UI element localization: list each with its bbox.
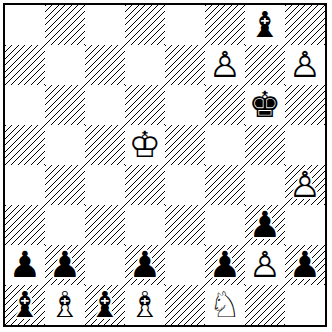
- black-pawn-glyph: ♟: [285, 245, 325, 285]
- white-king-glyph: ♔: [125, 125, 165, 165]
- square-e6[interactable]: [165, 85, 205, 125]
- black-king-piece: ♚♚: [245, 85, 285, 125]
- square-e5[interactable]: [165, 125, 205, 165]
- square-f8[interactable]: [205, 5, 245, 45]
- white-pawn-piece: ♟♙: [205, 45, 245, 85]
- black-pawn-piece: ♟♟: [125, 245, 165, 285]
- square-c4[interactable]: [85, 165, 125, 205]
- square-f1[interactable]: ♞♘: [205, 285, 245, 325]
- white-bishop-glyph: ♗: [45, 285, 85, 325]
- white-king-piece: ♚♔: [125, 125, 165, 165]
- square-d8[interactable]: [125, 5, 165, 45]
- black-bishop-glyph: ♝: [245, 5, 285, 45]
- square-h7[interactable]: ♟♙: [285, 45, 325, 85]
- square-f3[interactable]: [205, 205, 245, 245]
- square-h3[interactable]: [285, 205, 325, 245]
- square-c2[interactable]: [85, 245, 125, 285]
- square-c5[interactable]: [85, 125, 125, 165]
- white-bishop-glyph: ♗: [125, 285, 165, 325]
- square-h6[interactable]: [285, 85, 325, 125]
- square-d2[interactable]: ♟♟: [125, 245, 165, 285]
- square-b1[interactable]: ♝♗: [45, 285, 85, 325]
- white-knight-piece: ♞♘: [205, 285, 245, 325]
- square-f7[interactable]: ♟♙: [205, 45, 245, 85]
- chess-board: ♝♝♟♙♟♙♚♚♚♔♟♙♟♟♟♟♟♟♟♟♟♟♟♙♟♟♝♝♝♗♝♝♝♗♞♘: [3, 3, 327, 327]
- white-pawn-piece: ♟♙: [285, 165, 325, 205]
- square-b7[interactable]: [45, 45, 85, 85]
- square-a4[interactable]: [5, 165, 45, 205]
- black-pawn-piece: ♟♟: [245, 205, 285, 245]
- square-g6[interactable]: ♚♚: [245, 85, 285, 125]
- white-pawn-glyph: ♙: [205, 45, 245, 85]
- square-e2[interactable]: [165, 245, 205, 285]
- black-pawn-piece: ♟♟: [205, 245, 245, 285]
- white-pawn-piece: ♟♙: [285, 45, 325, 85]
- square-c3[interactable]: [85, 205, 125, 245]
- black-pawn-glyph: ♟: [245, 205, 285, 245]
- black-bishop-piece: ♝♝: [245, 5, 285, 45]
- white-bishop-piece: ♝♗: [45, 285, 85, 325]
- square-b5[interactable]: [45, 125, 85, 165]
- square-g3[interactable]: ♟♟: [245, 205, 285, 245]
- square-c1[interactable]: ♝♝: [85, 285, 125, 325]
- square-b2[interactable]: ♟♟: [45, 245, 85, 285]
- black-bishop-piece: ♝♝: [5, 285, 45, 325]
- white-pawn-glyph: ♙: [245, 245, 285, 285]
- square-h2[interactable]: ♟♟: [285, 245, 325, 285]
- white-bishop-piece: ♝♗: [125, 285, 165, 325]
- square-g7[interactable]: [245, 45, 285, 85]
- square-e8[interactable]: [165, 5, 205, 45]
- square-g1[interactable]: [245, 285, 285, 325]
- square-h8[interactable]: [285, 5, 325, 45]
- square-a7[interactable]: [5, 45, 45, 85]
- square-d4[interactable]: [125, 165, 165, 205]
- square-d5[interactable]: ♚♔: [125, 125, 165, 165]
- black-bishop-piece: ♝♝: [85, 285, 125, 325]
- square-f6[interactable]: [205, 85, 245, 125]
- square-d7[interactable]: [125, 45, 165, 85]
- black-bishop-glyph: ♝: [85, 285, 125, 325]
- black-pawn-glyph: ♟: [125, 245, 165, 285]
- square-h1[interactable]: [285, 285, 325, 325]
- square-d1[interactable]: ♝♗: [125, 285, 165, 325]
- square-b8[interactable]: [45, 5, 85, 45]
- square-c6[interactable]: [85, 85, 125, 125]
- square-c8[interactable]: [85, 5, 125, 45]
- square-h5[interactable]: [285, 125, 325, 165]
- square-e4[interactable]: [165, 165, 205, 205]
- square-e1[interactable]: [165, 285, 205, 325]
- white-pawn-piece: ♟♙: [245, 245, 285, 285]
- square-d3[interactable]: [125, 205, 165, 245]
- black-pawn-piece: ♟♟: [5, 245, 45, 285]
- black-pawn-glyph: ♟: [45, 245, 85, 285]
- square-h4[interactable]: ♟♙: [285, 165, 325, 205]
- square-g8[interactable]: ♝♝: [245, 5, 285, 45]
- square-a6[interactable]: [5, 85, 45, 125]
- square-a3[interactable]: [5, 205, 45, 245]
- square-g4[interactable]: [245, 165, 285, 205]
- black-king-glyph: ♚: [245, 85, 285, 125]
- black-pawn-piece: ♟♟: [285, 245, 325, 285]
- white-pawn-glyph: ♙: [285, 45, 325, 85]
- square-a5[interactable]: [5, 125, 45, 165]
- square-a2[interactable]: ♟♟: [5, 245, 45, 285]
- square-f4[interactable]: [205, 165, 245, 205]
- square-b3[interactable]: [45, 205, 85, 245]
- black-pawn-piece: ♟♟: [45, 245, 85, 285]
- black-pawn-glyph: ♟: [5, 245, 45, 285]
- square-f5[interactable]: [205, 125, 245, 165]
- chess-diagram: ♝♝♟♙♟♙♚♚♚♔♟♙♟♟♟♟♟♟♟♟♟♟♟♙♟♟♝♝♝♗♝♝♝♗♞♘: [0, 0, 332, 332]
- square-b4[interactable]: [45, 165, 85, 205]
- white-knight-glyph: ♘: [205, 285, 245, 325]
- square-e3[interactable]: [165, 205, 205, 245]
- square-c7[interactable]: [85, 45, 125, 85]
- white-pawn-glyph: ♙: [285, 165, 325, 205]
- square-g5[interactable]: [245, 125, 285, 165]
- square-d6[interactable]: [125, 85, 165, 125]
- black-bishop-glyph: ♝: [5, 285, 45, 325]
- square-g2[interactable]: ♟♙: [245, 245, 285, 285]
- square-e7[interactable]: [165, 45, 205, 85]
- square-b6[interactable]: [45, 85, 85, 125]
- square-a8[interactable]: [5, 5, 45, 45]
- square-f2[interactable]: ♟♟: [205, 245, 245, 285]
- square-a1[interactable]: ♝♝: [5, 285, 45, 325]
- black-pawn-glyph: ♟: [205, 245, 245, 285]
